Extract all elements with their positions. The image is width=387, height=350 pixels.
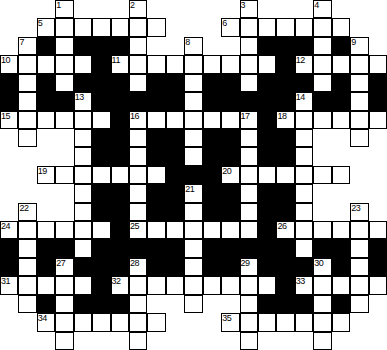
cell-r1-c4[interactable] [74, 18, 92, 36]
black-cell-r2-c2 [37, 37, 55, 55]
cell-r15-c3[interactable] [55, 276, 73, 294]
cell-r15-c11[interactable] [203, 276, 221, 294]
cell-r10-c13[interactable] [240, 184, 258, 202]
cell-r14-c19[interactable] [350, 258, 368, 276]
cell-r11-c13[interactable] [240, 203, 258, 221]
cell-r3-c4[interactable] [74, 55, 92, 73]
cell-r9-c14[interactable] [258, 166, 276, 184]
black-cell-r12-c6 [111, 221, 129, 239]
cell-r12-c13[interactable] [240, 221, 258, 239]
outside-r11-c18 [332, 203, 350, 221]
cell-r1-c15[interactable] [276, 18, 294, 36]
cell-r6-c15[interactable]: 18 [276, 111, 294, 129]
cell-r1-c5[interactable] [92, 18, 110, 36]
cell-r3-c9[interactable] [166, 55, 184, 73]
cell-r15-c1[interactable] [18, 276, 36, 294]
black-cell-r13-c8 [147, 239, 165, 257]
cell-r5-c4[interactable]: 13 [74, 92, 92, 110]
clue-number: 34 [38, 313, 47, 323]
cell-r6-c7[interactable]: 16 [129, 111, 147, 129]
outside-r18-c9 [166, 332, 184, 350]
cell-r17-c3[interactable] [55, 313, 73, 331]
cell-r12-c9[interactable] [166, 221, 184, 239]
cell-r12-c19[interactable] [350, 221, 368, 239]
cell-r11-c7[interactable] [129, 203, 147, 221]
black-cell-r4-c4 [74, 74, 92, 92]
cell-r0-c7[interactable]: 2 [129, 0, 147, 18]
outside-r18-c18 [332, 332, 350, 350]
cell-r12-c16[interactable] [295, 221, 313, 239]
cell-r2-c3[interactable] [55, 37, 73, 55]
cell-r15-c14[interactable] [258, 276, 276, 294]
black-cell-r13-c18 [332, 239, 350, 257]
cell-r7-c19[interactable] [350, 129, 368, 147]
cell-r15-c16[interactable]: 33 [295, 276, 313, 294]
clue-number: 19 [38, 166, 47, 176]
cell-r6-c10[interactable] [184, 111, 202, 129]
cell-r17-c6[interactable] [111, 313, 129, 331]
black-cell-r13-c6 [111, 239, 129, 257]
black-cell-r4-c9 [166, 74, 184, 92]
outside-r7-c3 [55, 129, 73, 147]
cell-r14-c1[interactable] [18, 258, 36, 276]
cell-r12-c11[interactable] [203, 221, 221, 239]
cell-r15-c13[interactable] [240, 276, 258, 294]
cell-r15-c6[interactable]: 32 [111, 276, 129, 294]
cell-r16-c10[interactable] [184, 295, 202, 313]
cell-r6-c9[interactable] [166, 111, 184, 129]
cell-r9-c6[interactable] [111, 166, 129, 184]
cell-r16-c17[interactable] [313, 295, 331, 313]
outside-r0-c0 [0, 0, 18, 18]
cell-r8-c4[interactable] [74, 147, 92, 165]
cell-r6-c3[interactable] [55, 111, 73, 129]
cell-r8-c10[interactable] [184, 147, 202, 165]
cell-r3-c2[interactable] [37, 55, 55, 73]
cell-r6-c16[interactable] [295, 111, 313, 129]
cell-r6-c0[interactable]: 15 [0, 111, 18, 129]
cell-r8-c13[interactable] [240, 147, 258, 165]
black-cell-r14-c15 [276, 258, 294, 276]
cell-r17-c18[interactable] [332, 313, 350, 331]
cell-r3-c11[interactable] [203, 55, 221, 73]
black-cell-r4-c16 [295, 74, 313, 92]
cell-r14-c13[interactable]: 29 [240, 258, 258, 276]
cell-r6-c5[interactable] [92, 111, 110, 129]
cell-r3-c18[interactable] [332, 55, 350, 73]
cell-r7-c13[interactable] [240, 129, 258, 147]
outside-r7-c20 [369, 129, 387, 147]
cell-r11-c4[interactable] [74, 203, 92, 221]
cell-r6-c18[interactable] [332, 111, 350, 129]
black-cell-r8-c14 [258, 147, 276, 165]
cell-r9-c8[interactable] [147, 166, 165, 184]
cell-r3-c3[interactable] [55, 55, 73, 73]
outside-r10-c2 [37, 184, 55, 202]
cell-r0-c13[interactable]: 3 [240, 0, 258, 18]
black-cell-r10-c11 [203, 184, 221, 202]
black-cell-r4-c5 [92, 74, 110, 92]
cell-r6-c17[interactable] [313, 111, 331, 129]
cell-r12-c4[interactable] [74, 221, 92, 239]
cell-r7-c1[interactable] [18, 129, 36, 147]
cell-r12-c20[interactable] [369, 221, 387, 239]
black-cell-r14-c18 [332, 258, 350, 276]
outside-r18-c20 [369, 332, 387, 350]
black-cell-r7-c11 [203, 129, 221, 147]
black-cell-r11-c5 [92, 203, 110, 221]
outside-r10-c3 [55, 184, 73, 202]
cell-r4-c10[interactable] [184, 74, 202, 92]
cell-r18-c13[interactable] [240, 332, 258, 350]
black-cell-r16-c15 [276, 295, 294, 313]
cell-r3-c17[interactable] [313, 55, 331, 73]
black-cell-r4-c15 [276, 74, 294, 92]
outside-r0-c8 [147, 0, 165, 18]
cell-r7-c16[interactable] [295, 129, 313, 147]
clue-number: 18 [277, 111, 286, 121]
cell-r17-c7[interactable] [129, 313, 147, 331]
outside-r1-c19 [350, 18, 368, 36]
cell-r2-c19[interactable]: 9 [350, 37, 368, 55]
outside-r1-c10 [184, 18, 202, 36]
cell-r6-c13[interactable]: 17 [240, 111, 258, 129]
outside-r17-c9 [166, 313, 184, 331]
cell-r3-c14[interactable] [258, 55, 276, 73]
black-cell-r6-c14 [258, 111, 276, 129]
black-cell-r16-c5 [92, 295, 110, 313]
clue-number: 22 [19, 203, 28, 213]
outside-r8-c0 [0, 147, 18, 165]
cell-r3-c13[interactable] [240, 55, 258, 73]
black-cell-r11-c15 [276, 203, 294, 221]
cell-r6-c8[interactable] [147, 111, 165, 129]
cell-r6-c19[interactable] [350, 111, 368, 129]
cell-r3-c0[interactable]: 10 [0, 55, 18, 73]
cell-r12-c12[interactable] [221, 221, 239, 239]
cell-r17-c17[interactable] [313, 313, 331, 331]
cell-r1-c7[interactable] [129, 18, 147, 36]
cell-r0-c3[interactable]: 1 [55, 0, 73, 18]
cell-r3-c8[interactable] [147, 55, 165, 73]
outside-r7-c17 [313, 129, 331, 147]
black-cell-r11-c14 [258, 203, 276, 221]
cell-r12-c3[interactable] [55, 221, 73, 239]
outside-r17-c11 [203, 313, 221, 331]
cell-r12-c10[interactable] [184, 221, 202, 239]
cell-r7-c4[interactable] [74, 129, 92, 147]
cell-r14-c17[interactable]: 30 [313, 258, 331, 276]
cell-r8-c16[interactable] [295, 147, 313, 165]
cell-r1-c3[interactable] [55, 18, 73, 36]
cell-r5-c10[interactable] [184, 92, 202, 110]
black-cell-r14-c6 [111, 258, 129, 276]
black-cell-r5-c11 [203, 92, 221, 110]
outside-r9-c20 [369, 166, 387, 184]
cell-r15-c4[interactable] [74, 276, 92, 294]
cell-r3-c19[interactable] [350, 55, 368, 73]
cell-r1-c13[interactable] [240, 18, 258, 36]
cell-r12-c18[interactable] [332, 221, 350, 239]
cell-r8-c7[interactable] [129, 147, 147, 165]
cell-r6-c11[interactable] [203, 111, 221, 129]
black-cell-r16-c6 [111, 295, 129, 313]
cell-r17-c15[interactable] [276, 313, 294, 331]
cell-r12-c5[interactable] [92, 221, 110, 239]
outside-r0-c10 [184, 0, 202, 18]
cell-r9-c2[interactable]: 19 [37, 166, 55, 184]
outside-r1-c9 [166, 18, 184, 36]
black-cell-r13-c5 [92, 239, 110, 257]
cell-r11-c10[interactable] [184, 203, 202, 221]
cell-r1-c16[interactable] [295, 18, 313, 36]
black-cell-r7-c5 [92, 129, 110, 147]
outside-r10-c0 [0, 184, 18, 202]
black-cell-r16-c16 [295, 295, 313, 313]
black-cell-r16-c2 [37, 295, 55, 313]
cell-r16-c19[interactable] [350, 295, 368, 313]
cell-r1-c2[interactable]: 5 [37, 18, 55, 36]
cell-r16-c1[interactable] [18, 295, 36, 313]
cell-r6-c12[interactable] [221, 111, 239, 129]
clue-number: 35 [222, 313, 231, 323]
cell-r6-c1[interactable] [18, 111, 36, 129]
cell-r9-c12[interactable]: 20 [221, 166, 239, 184]
cell-r11-c19[interactable]: 23 [350, 203, 368, 221]
cell-r9-c17[interactable] [313, 166, 331, 184]
cell-r2-c1[interactable]: 7 [18, 37, 36, 55]
cell-r1-c18[interactable] [332, 18, 350, 36]
cell-r3-c10[interactable] [184, 55, 202, 73]
cell-r18-c17[interactable] [313, 332, 331, 350]
black-cell-r5-c8 [147, 92, 165, 110]
cell-r15-c8[interactable] [147, 276, 165, 294]
black-cell-r10-c9 [166, 184, 184, 202]
outside-r17-c20 [369, 313, 387, 331]
black-cell-r10-c12 [221, 184, 239, 202]
cell-r15-c10[interactable] [184, 276, 202, 294]
cell-r18-c7[interactable] [129, 332, 147, 350]
cell-r6-c4[interactable] [74, 111, 92, 129]
outside-r18-c5 [92, 332, 110, 350]
cell-r9-c5[interactable] [92, 166, 110, 184]
cell-r13-c16[interactable] [295, 239, 313, 257]
cell-r4-c3[interactable] [55, 74, 73, 92]
cell-r17-c2[interactable]: 34 [37, 313, 55, 331]
black-cell-r10-c15 [276, 184, 294, 202]
black-cell-r13-c20 [369, 239, 387, 257]
black-cell-r10-c6 [111, 184, 129, 202]
cell-r15-c20[interactable] [369, 276, 387, 294]
cell-r9-c3[interactable] [55, 166, 73, 184]
cell-r1-c14[interactable] [258, 18, 276, 36]
clue-number: 3 [241, 0, 246, 10]
black-cell-r5-c7 [129, 92, 147, 110]
black-cell-r7-c15 [276, 129, 294, 147]
cell-r12-c0[interactable]: 24 [0, 221, 18, 239]
outside-r0-c5 [92, 0, 110, 18]
cell-r17-c14[interactable] [258, 313, 276, 331]
cell-r5-c19[interactable] [350, 92, 368, 110]
clue-number: 21 [185, 184, 194, 194]
black-cell-r13-c9 [166, 239, 184, 257]
clue-number: 10 [1, 55, 10, 65]
outside-r8-c1 [18, 147, 36, 165]
cell-r9-c7[interactable] [129, 166, 147, 184]
black-cell-r13-c12 [221, 239, 239, 257]
cell-r14-c10[interactable] [184, 258, 202, 276]
cell-r15-c7[interactable] [129, 276, 147, 294]
cell-r11-c16[interactable] [295, 203, 313, 221]
cell-r18-c3[interactable] [55, 332, 73, 350]
black-cell-r5-c13 [240, 92, 258, 110]
outside-r9-c19 [350, 166, 368, 184]
cell-r2-c13[interactable] [240, 37, 258, 55]
black-cell-r4-c2 [37, 74, 55, 92]
cell-r4-c1[interactable] [18, 74, 36, 92]
cell-r1-c8[interactable] [147, 18, 165, 36]
cell-r17-c4[interactable] [74, 313, 92, 331]
black-cell-r14-c0 [0, 258, 18, 276]
cell-r9-c4[interactable] [74, 166, 92, 184]
cell-r14-c3[interactable]: 27 [55, 258, 73, 276]
outside-r17-c10 [184, 313, 202, 331]
black-cell-r15-c5 [92, 276, 110, 294]
outside-r0-c6 [111, 0, 129, 18]
cell-r3-c6[interactable]: 11 [111, 55, 129, 73]
outside-r1-c20 [369, 18, 387, 36]
cell-r6-c2[interactable] [37, 111, 55, 129]
cell-r16-c3[interactable] [55, 295, 73, 313]
clue-number: 12 [296, 55, 305, 65]
black-cell-r5-c0 [0, 92, 18, 110]
cell-r1-c12[interactable]: 6 [221, 18, 239, 36]
outside-r18-c10 [184, 332, 202, 350]
clue-number: 11 [112, 55, 120, 65]
cell-r3-c16[interactable]: 12 [295, 55, 313, 73]
cell-r17-c8[interactable] [147, 313, 165, 331]
cell-r16-c13[interactable] [240, 295, 258, 313]
cell-r15-c17[interactable] [313, 276, 331, 294]
cell-r5-c16[interactable]: 14 [295, 92, 313, 110]
cell-r1-c6[interactable] [111, 18, 129, 36]
cell-r13-c4[interactable] [74, 239, 92, 257]
black-cell-r8-c5 [92, 147, 110, 165]
clue-number: 30 [314, 258, 323, 268]
cell-r4-c13[interactable] [240, 74, 258, 92]
cell-r9-c15[interactable] [276, 166, 294, 184]
cell-r9-c13[interactable] [240, 166, 258, 184]
cell-r12-c7[interactable]: 25 [129, 221, 147, 239]
cell-r10-c7[interactable] [129, 184, 147, 202]
outside-r10-c17 [313, 184, 331, 202]
black-cell-r13-c0 [0, 239, 18, 257]
clue-number: 7 [19, 37, 24, 47]
black-cell-r4-c20 [369, 74, 387, 92]
cell-r14-c7[interactable]: 28 [129, 258, 147, 276]
clue-number: 31 [1, 276, 10, 286]
outside-r8-c20 [369, 147, 387, 165]
cell-r7-c10[interactable] [184, 129, 202, 147]
cell-r2-c17[interactable] [313, 37, 331, 55]
cell-r13-c19[interactable] [350, 239, 368, 257]
black-cell-r2-c6 [111, 37, 129, 55]
cell-r9-c18[interactable] [332, 166, 350, 184]
cell-r10-c10[interactable]: 21 [184, 184, 202, 202]
cell-r3-c1[interactable] [18, 55, 36, 73]
outside-r0-c4 [74, 0, 92, 18]
cell-r15-c0[interactable]: 31 [0, 276, 18, 294]
black-cell-r2-c14 [258, 37, 276, 55]
cell-r2-c10[interactable]: 8 [184, 37, 202, 55]
clue-number: 4 [314, 0, 319, 10]
clue-number: 1 [56, 0, 61, 10]
cell-r15-c18[interactable] [332, 276, 350, 294]
cell-r1-c17[interactable] [313, 18, 331, 36]
cell-r12-c1[interactable] [18, 221, 36, 239]
cell-r3-c7[interactable] [129, 55, 147, 73]
cell-r9-c16[interactable] [295, 166, 313, 184]
cell-r16-c7[interactable] [129, 295, 147, 313]
cell-r12-c17[interactable] [313, 221, 331, 239]
outside-r8-c18 [332, 147, 350, 165]
cell-r13-c1[interactable] [18, 239, 36, 257]
black-cell-r9-c10 [184, 166, 202, 184]
black-cell-r4-c6 [111, 74, 129, 92]
cell-r0-c17[interactable]: 4 [313, 0, 331, 18]
cell-r17-c16[interactable] [295, 313, 313, 331]
cell-r4-c7[interactable] [129, 74, 147, 92]
outside-r10-c1 [18, 184, 36, 202]
black-cell-r4-c14 [258, 74, 276, 92]
outside-r9-c1 [18, 166, 36, 184]
cell-r17-c5[interactable] [92, 313, 110, 331]
cell-r13-c10[interactable] [184, 239, 202, 257]
cell-r10-c4[interactable] [74, 184, 92, 202]
outside-r18-c1 [18, 332, 36, 350]
black-cell-r5-c5 [92, 92, 110, 110]
cell-r11-c1[interactable]: 22 [18, 203, 36, 221]
outside-r11-c20 [369, 203, 387, 221]
cell-r15-c19[interactable] [350, 276, 368, 294]
clue-number: 15 [1, 111, 10, 121]
black-cell-r5-c9 [166, 92, 184, 110]
cell-r12-c2[interactable] [37, 221, 55, 239]
cell-r4-c19[interactable] [350, 74, 368, 92]
cell-r17-c12[interactable]: 35 [221, 313, 239, 331]
cell-r17-c13[interactable] [240, 313, 258, 331]
black-cell-r14-c4 [74, 258, 92, 276]
cell-r15-c9[interactable] [166, 276, 184, 294]
cell-r12-c15[interactable]: 26 [276, 221, 294, 239]
cell-r7-c7[interactable] [129, 129, 147, 147]
cell-r6-c20[interactable] [369, 111, 387, 129]
cell-r4-c17[interactable] [313, 74, 331, 92]
cell-r3-c12[interactable] [221, 55, 239, 73]
outside-r18-c0 [0, 332, 18, 350]
black-cell-r15-c15 [276, 276, 294, 294]
cell-r2-c7[interactable] [129, 37, 147, 55]
cell-r15-c12[interactable] [221, 276, 239, 294]
cell-r3-c20[interactable] [369, 55, 387, 73]
clue-number: 23 [351, 203, 360, 213]
cell-r15-c2[interactable] [37, 276, 55, 294]
cell-r10-c16[interactable] [295, 184, 313, 202]
black-cell-r14-c16 [295, 258, 313, 276]
cell-r5-c1[interactable] [18, 92, 36, 110]
outside-r7-c0 [0, 129, 18, 147]
cell-r12-c8[interactable] [147, 221, 165, 239]
